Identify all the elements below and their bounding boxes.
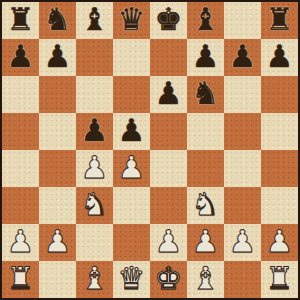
white-bishop-f1[interactable]: ♝: [192, 263, 220, 294]
white-pawn-c4[interactable]: ♟: [81, 152, 109, 183]
square-f6[interactable]: ♞: [187, 76, 224, 113]
square-c1[interactable]: ♝: [76, 261, 113, 298]
square-g6[interactable]: [224, 76, 261, 113]
square-h2[interactable]: ♟: [261, 224, 298, 261]
black-bishop-c8[interactable]: ♝: [81, 4, 109, 35]
square-g3[interactable]: [224, 187, 261, 224]
square-b7[interactable]: ♟: [39, 39, 76, 76]
square-b6[interactable]: [39, 76, 76, 113]
square-g5[interactable]: [224, 113, 261, 150]
square-c3[interactable]: ♞: [76, 187, 113, 224]
square-g1[interactable]: [224, 261, 261, 298]
chess-board-frame: ♜♞♝♛♚♝♜♟♟♟♟♟♟♞♟♟♟♟♞♞♟♟♟♟♟♟♜♝♛♚♝♜: [0, 0, 300, 300]
white-bishop-c1[interactable]: ♝: [81, 263, 109, 294]
white-knight-f3[interactable]: ♞: [192, 189, 220, 220]
square-c8[interactable]: ♝: [76, 2, 113, 39]
white-rook-h1[interactable]: ♜: [266, 263, 294, 294]
square-e8[interactable]: ♚: [150, 2, 187, 39]
square-c4[interactable]: ♟: [76, 150, 113, 187]
square-g8[interactable]: [224, 2, 261, 39]
square-a3[interactable]: [2, 187, 39, 224]
square-e7[interactable]: [150, 39, 187, 76]
black-pawn-g7[interactable]: ♟: [229, 41, 257, 72]
black-pawn-e6[interactable]: ♟: [155, 78, 183, 109]
white-pawn-f2[interactable]: ♟: [192, 226, 220, 257]
square-f7[interactable]: ♟: [187, 39, 224, 76]
black-rook-h8[interactable]: ♜: [266, 4, 294, 35]
square-a2[interactable]: ♟: [2, 224, 39, 261]
white-pawn-g2[interactable]: ♟: [229, 226, 257, 257]
square-c7[interactable]: [76, 39, 113, 76]
square-e3[interactable]: [150, 187, 187, 224]
square-h4[interactable]: [261, 150, 298, 187]
square-b5[interactable]: [39, 113, 76, 150]
square-a1[interactable]: ♜: [2, 261, 39, 298]
square-g7[interactable]: ♟: [224, 39, 261, 76]
square-f4[interactable]: [187, 150, 224, 187]
square-d6[interactable]: [113, 76, 150, 113]
square-a6[interactable]: [2, 76, 39, 113]
black-bishop-f8[interactable]: ♝: [192, 4, 220, 35]
square-f2[interactable]: ♟: [187, 224, 224, 261]
white-knight-c3[interactable]: ♞: [81, 189, 109, 220]
square-e5[interactable]: [150, 113, 187, 150]
square-h3[interactable]: [261, 187, 298, 224]
square-h7[interactable]: ♟: [261, 39, 298, 76]
black-pawn-a7[interactable]: ♟: [7, 41, 35, 72]
black-pawn-c5[interactable]: ♟: [81, 115, 109, 146]
square-d3[interactable]: [113, 187, 150, 224]
square-h6[interactable]: [261, 76, 298, 113]
black-king-e8[interactable]: ♚: [155, 4, 183, 35]
square-e6[interactable]: ♟: [150, 76, 187, 113]
square-h8[interactable]: ♜: [261, 2, 298, 39]
square-b2[interactable]: ♟: [39, 224, 76, 261]
square-d7[interactable]: [113, 39, 150, 76]
white-pawn-h2[interactable]: ♟: [266, 226, 294, 257]
black-pawn-h7[interactable]: ♟: [266, 41, 294, 72]
square-a8[interactable]: ♜: [2, 2, 39, 39]
black-knight-f6[interactable]: ♞: [192, 78, 220, 109]
square-f8[interactable]: ♝: [187, 2, 224, 39]
square-d8[interactable]: ♛: [113, 2, 150, 39]
white-pawn-d4[interactable]: ♟: [118, 152, 146, 183]
square-a4[interactable]: [2, 150, 39, 187]
black-knight-b8[interactable]: ♞: [44, 4, 72, 35]
black-rook-a8[interactable]: ♜: [7, 4, 35, 35]
black-pawn-b7[interactable]: ♟: [44, 41, 72, 72]
white-pawn-e2[interactable]: ♟: [155, 226, 183, 257]
square-c2[interactable]: [76, 224, 113, 261]
square-h5[interactable]: [261, 113, 298, 150]
black-pawn-d5[interactable]: ♟: [118, 115, 146, 146]
square-e4[interactable]: [150, 150, 187, 187]
square-h1[interactable]: ♜: [261, 261, 298, 298]
square-b3[interactable]: [39, 187, 76, 224]
white-rook-a1[interactable]: ♜: [7, 263, 35, 294]
square-d5[interactable]: ♟: [113, 113, 150, 150]
white-pawn-b2[interactable]: ♟: [44, 226, 72, 257]
black-queen-d8[interactable]: ♛: [118, 4, 146, 35]
black-pawn-f7[interactable]: ♟: [192, 41, 220, 72]
white-queen-d1[interactable]: ♛: [118, 263, 146, 294]
square-f3[interactable]: ♞: [187, 187, 224, 224]
square-a7[interactable]: ♟: [2, 39, 39, 76]
square-d1[interactable]: ♛: [113, 261, 150, 298]
chess-board: ♜♞♝♛♚♝♜♟♟♟♟♟♟♞♟♟♟♟♞♞♟♟♟♟♟♟♜♝♛♚♝♜: [2, 2, 298, 298]
square-d2[interactable]: [113, 224, 150, 261]
white-pawn-a2[interactable]: ♟: [7, 226, 35, 257]
square-b1[interactable]: [39, 261, 76, 298]
square-g4[interactable]: [224, 150, 261, 187]
square-g2[interactable]: ♟: [224, 224, 261, 261]
white-king-e1[interactable]: ♚: [155, 263, 183, 294]
square-a5[interactable]: [2, 113, 39, 150]
square-f5[interactable]: [187, 113, 224, 150]
square-d4[interactable]: ♟: [113, 150, 150, 187]
square-e2[interactable]: ♟: [150, 224, 187, 261]
square-c6[interactable]: [76, 76, 113, 113]
square-f1[interactable]: ♝: [187, 261, 224, 298]
square-b8[interactable]: ♞: [39, 2, 76, 39]
square-c5[interactable]: ♟: [76, 113, 113, 150]
square-b4[interactable]: [39, 150, 76, 187]
square-e1[interactable]: ♚: [150, 261, 187, 298]
